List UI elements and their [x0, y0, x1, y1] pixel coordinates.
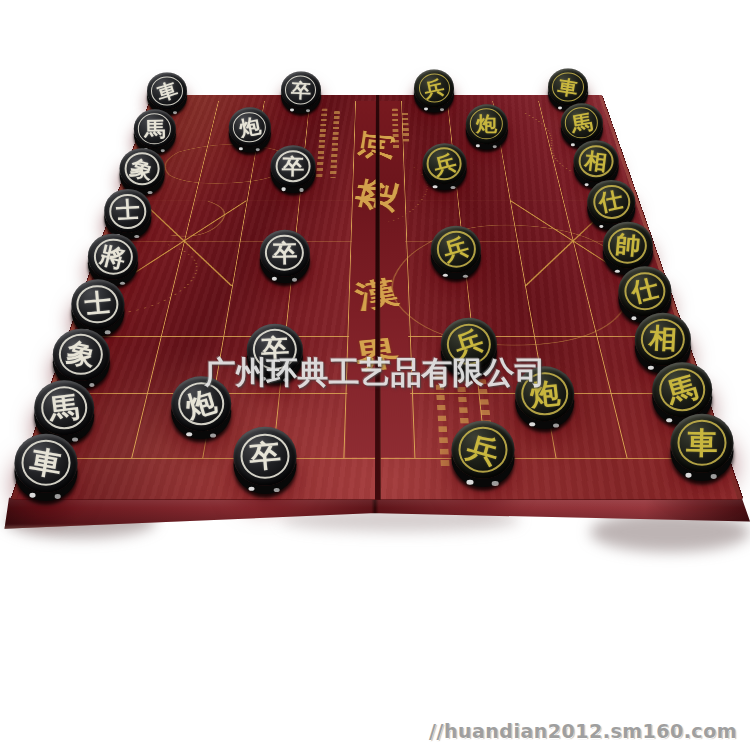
piece-character: 炮 [466, 105, 508, 142]
piece-black-soldier[interactable]: 卒 [281, 71, 321, 108]
piece-red-chariot[interactable]: 車 [671, 414, 734, 473]
piece-black-elephant[interactable]: 象 [53, 328, 109, 380]
piece-black-elephant[interactable]: 象 [119, 148, 164, 190]
piece-character: 炮 [228, 108, 270, 147]
piece-character: 相 [574, 140, 619, 182]
piece-character: 馬 [34, 380, 94, 435]
piece-character: 卒 [260, 230, 310, 275]
piece-black-advisor[interactable]: 士 [71, 280, 124, 329]
piece-character: 車 [15, 434, 78, 493]
piece-character: 卒 [233, 427, 296, 486]
piece-character: 相 [635, 313, 691, 365]
piece-character: 兵 [431, 226, 481, 273]
watermark-url: //huandian2012.sm160.com [429, 720, 737, 742]
piece-red-advisor[interactable]: 仕 [588, 180, 635, 224]
piece-character: 象 [119, 148, 164, 190]
piece-black-chariot[interactable]: 車 [147, 72, 187, 109]
piece-red-soldier[interactable]: 兵 [452, 420, 515, 479]
piece-black-horse[interactable]: 馬 [34, 380, 94, 435]
piece-red-general[interactable]: 帥 [603, 222, 653, 269]
piece-character: 仕 [588, 180, 635, 224]
piece-character: 卒 [271, 146, 316, 186]
piece-character: 仕 [618, 266, 671, 315]
piece-black-soldier[interactable]: 卒 [233, 427, 296, 486]
piece-black-general[interactable]: 將 [88, 233, 138, 280]
piece-character: 車 [147, 72, 187, 109]
piece-character: 車 [671, 415, 734, 472]
piece-character: 士 [71, 280, 124, 329]
piece-character: 兵 [452, 420, 515, 479]
piece-red-horse[interactable]: 馬 [652, 362, 712, 417]
piece-red-soldier[interactable]: 兵 [422, 143, 467, 185]
watermark-company: 广州环典工艺品有限公司 [205, 352, 546, 394]
piece-red-soldier[interactable]: 兵 [431, 226, 481, 273]
piece-character: 車 [548, 68, 588, 105]
piece-black-chariot[interactable]: 車 [15, 434, 78, 493]
piece-character: 象 [53, 328, 109, 380]
piece-character: 馬 [652, 362, 712, 417]
piece-character: 帥 [603, 222, 653, 269]
piece-black-soldier[interactable]: 卒 [271, 145, 316, 187]
piece-red-elephant[interactable]: 相 [574, 140, 619, 182]
piece-character: 將 [88, 233, 138, 280]
piece-red-chariot[interactable]: 車 [548, 68, 588, 105]
piece-character: 馬 [134, 109, 176, 147]
piece-red-elephant[interactable]: 相 [635, 313, 691, 365]
piece-character: 兵 [422, 143, 467, 185]
piece-red-advisor[interactable]: 仕 [618, 266, 671, 315]
piece-red-cannon[interactable]: 炮 [466, 105, 508, 144]
piece-red-soldier[interactable]: 兵 [414, 70, 454, 107]
piece-black-cannon[interactable]: 炮 [228, 108, 270, 147]
product-photo-xiangqi-set: 河楚漢界 車馬象士將士象馬車炮炮卒卒卒卒卒兵兵兵兵兵炮炮車馬相仕帥仕相馬車 广州… [0, 0, 750, 750]
piece-character: 兵 [414, 70, 454, 107]
piece-character: 卒 [281, 71, 321, 108]
piece-black-soldier[interactable]: 卒 [260, 229, 310, 276]
